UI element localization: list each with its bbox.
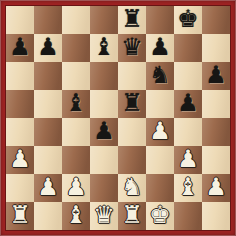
square-b3[interactable] <box>34 146 62 174</box>
square-b5[interactable] <box>34 90 62 118</box>
square-g1[interactable] <box>174 202 202 230</box>
square-g5[interactable]: ♟ <box>174 90 202 118</box>
chess-board-frame: ♜♚♟♟♝♛♟♞♟♝♜♟♟♟♟♟♟♟♞♝♟♜♝♛♜♚ <box>0 0 236 236</box>
square-d2[interactable] <box>90 174 118 202</box>
square-b8[interactable] <box>34 6 62 34</box>
piece-black-rook-e5[interactable]: ♜ <box>121 90 143 117</box>
square-d1[interactable]: ♛ <box>90 202 118 230</box>
square-d5[interactable] <box>90 90 118 118</box>
square-g2[interactable]: ♝ <box>174 174 202 202</box>
square-g8[interactable]: ♚ <box>174 6 202 34</box>
piece-white-rook-a1[interactable]: ♜ <box>9 202 31 229</box>
square-d3[interactable] <box>90 146 118 174</box>
square-e8[interactable]: ♜ <box>118 6 146 34</box>
square-e7[interactable]: ♛ <box>118 34 146 62</box>
square-f5[interactable] <box>146 90 174 118</box>
square-e4[interactable] <box>118 118 146 146</box>
piece-white-rook-e1[interactable]: ♜ <box>121 202 143 229</box>
square-f4[interactable]: ♟ <box>146 118 174 146</box>
chess-board: ♜♚♟♟♝♛♟♞♟♝♜♟♟♟♟♟♟♟♞♝♟♜♝♛♜♚ <box>6 6 230 230</box>
square-h1[interactable] <box>202 202 230 230</box>
square-h3[interactable] <box>202 146 230 174</box>
square-e1[interactable]: ♜ <box>118 202 146 230</box>
piece-white-pawn-f4[interactable]: ♟ <box>149 118 171 145</box>
square-d8[interactable] <box>90 6 118 34</box>
square-h2[interactable]: ♟ <box>202 174 230 202</box>
square-c4[interactable] <box>62 118 90 146</box>
square-a1[interactable]: ♜ <box>6 202 34 230</box>
square-e5[interactable]: ♜ <box>118 90 146 118</box>
square-g6[interactable] <box>174 62 202 90</box>
square-a3[interactable]: ♟ <box>6 146 34 174</box>
piece-white-pawn-a3[interactable]: ♟ <box>9 146 31 173</box>
square-f7[interactable]: ♟ <box>146 34 174 62</box>
square-a4[interactable] <box>6 118 34 146</box>
piece-black-king-g8[interactable]: ♚ <box>177 6 199 33</box>
square-e3[interactable] <box>118 146 146 174</box>
piece-white-pawn-h2[interactable]: ♟ <box>205 174 227 201</box>
piece-black-bishop-d7[interactable]: ♝ <box>93 34 115 61</box>
piece-white-pawn-b2[interactable]: ♟ <box>37 174 59 201</box>
piece-white-bishop-c1[interactable]: ♝ <box>65 202 87 229</box>
square-b6[interactable] <box>34 62 62 90</box>
square-b7[interactable]: ♟ <box>34 34 62 62</box>
square-a2[interactable] <box>6 174 34 202</box>
piece-white-bishop-g2[interactable]: ♝ <box>177 174 199 201</box>
piece-white-pawn-g3[interactable]: ♟ <box>177 146 199 173</box>
square-h4[interactable] <box>202 118 230 146</box>
piece-black-pawn-h6[interactable]: ♟ <box>205 62 227 89</box>
square-g4[interactable] <box>174 118 202 146</box>
square-h6[interactable]: ♟ <box>202 62 230 90</box>
square-b4[interactable] <box>34 118 62 146</box>
square-h8[interactable] <box>202 6 230 34</box>
piece-black-pawn-d4[interactable]: ♟ <box>93 118 115 145</box>
piece-black-rook-e8[interactable]: ♜ <box>121 6 143 33</box>
square-e2[interactable]: ♞ <box>118 174 146 202</box>
square-f1[interactable]: ♚ <box>146 202 174 230</box>
square-a5[interactable] <box>6 90 34 118</box>
piece-black-pawn-a7[interactable]: ♟ <box>9 34 31 61</box>
square-c2[interactable]: ♟ <box>62 174 90 202</box>
square-c8[interactable] <box>62 6 90 34</box>
square-c5[interactable]: ♝ <box>62 90 90 118</box>
piece-black-knight-f6[interactable]: ♞ <box>149 62 171 89</box>
square-d7[interactable]: ♝ <box>90 34 118 62</box>
piece-black-pawn-g5[interactable]: ♟ <box>177 90 199 117</box>
square-d6[interactable] <box>90 62 118 90</box>
square-b1[interactable] <box>34 202 62 230</box>
square-a7[interactable]: ♟ <box>6 34 34 62</box>
piece-black-pawn-b7[interactable]: ♟ <box>37 34 59 61</box>
square-d4[interactable]: ♟ <box>90 118 118 146</box>
square-f3[interactable] <box>146 146 174 174</box>
square-f2[interactable] <box>146 174 174 202</box>
square-c6[interactable] <box>62 62 90 90</box>
square-g3[interactable]: ♟ <box>174 146 202 174</box>
piece-black-bishop-c5[interactable]: ♝ <box>65 90 87 117</box>
piece-black-queen-e7[interactable]: ♛ <box>121 34 143 61</box>
piece-white-knight-e2[interactable]: ♞ <box>121 174 143 201</box>
piece-white-queen-d1[interactable]: ♛ <box>93 202 115 229</box>
square-h7[interactable] <box>202 34 230 62</box>
square-f8[interactable] <box>146 6 174 34</box>
square-c7[interactable] <box>62 34 90 62</box>
square-h5[interactable] <box>202 90 230 118</box>
square-a6[interactable] <box>6 62 34 90</box>
square-b2[interactable]: ♟ <box>34 174 62 202</box>
piece-white-pawn-c2[interactable]: ♟ <box>65 174 87 201</box>
square-g7[interactable] <box>174 34 202 62</box>
square-a8[interactable] <box>6 6 34 34</box>
square-f6[interactable]: ♞ <box>146 62 174 90</box>
square-c1[interactable]: ♝ <box>62 202 90 230</box>
piece-black-pawn-f7[interactable]: ♟ <box>149 34 171 61</box>
piece-white-king-f1[interactable]: ♚ <box>149 202 171 229</box>
square-c3[interactable] <box>62 146 90 174</box>
square-e6[interactable] <box>118 62 146 90</box>
